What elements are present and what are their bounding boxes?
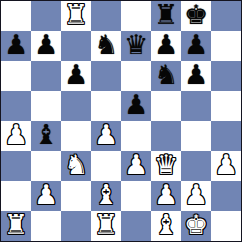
piece-black-pawn[interactable]: ♟ xyxy=(124,91,148,120)
square-a7[interactable]: ♟ xyxy=(1,31,31,61)
square-b2[interactable]: ♟ xyxy=(31,181,61,211)
piece-white-rook[interactable]: ♜ xyxy=(4,211,28,240)
square-f2[interactable]: ♟ xyxy=(151,181,181,211)
square-h7[interactable] xyxy=(211,31,241,61)
square-h2[interactable] xyxy=(211,181,241,211)
square-e7[interactable]: ♛ xyxy=(121,31,151,61)
square-c7[interactable] xyxy=(61,31,91,61)
piece-black-pawn[interactable]: ♟ xyxy=(154,31,178,60)
square-g4[interactable] xyxy=(181,121,211,151)
square-b3[interactable] xyxy=(31,151,61,181)
square-e3[interactable]: ♟ xyxy=(121,151,151,181)
piece-white-pawn[interactable]: ♟ xyxy=(184,181,208,210)
square-g5[interactable] xyxy=(181,91,211,121)
square-g6[interactable]: ♟ xyxy=(181,61,211,91)
square-b8[interactable] xyxy=(31,1,61,31)
piece-white-pawn[interactable]: ♟ xyxy=(124,151,148,180)
square-f6[interactable]: ♞ xyxy=(151,61,181,91)
piece-white-pawn[interactable]: ♟ xyxy=(94,121,118,150)
piece-black-bishop[interactable]: ♝ xyxy=(34,121,58,150)
square-d6[interactable] xyxy=(91,61,121,91)
square-d5[interactable] xyxy=(91,91,121,121)
square-g8[interactable]: ♚ xyxy=(181,1,211,31)
square-e6[interactable] xyxy=(121,61,151,91)
square-d4[interactable]: ♟ xyxy=(91,121,121,151)
piece-black-pawn[interactable]: ♟ xyxy=(34,31,58,60)
square-h3[interactable]: ♟ xyxy=(211,151,241,181)
square-g1[interactable]: ♚ xyxy=(181,211,211,241)
piece-white-rook[interactable]: ♜ xyxy=(64,1,88,30)
square-b4[interactable]: ♝ xyxy=(31,121,61,151)
square-e1[interactable] xyxy=(121,211,151,241)
square-c8[interactable]: ♜ xyxy=(61,1,91,31)
piece-white-knight[interactable]: ♞ xyxy=(64,151,88,180)
chess-board: ♜♜♚♟♟♞♛♟♟♟♞♟♟♟♝♟♞♟♛♟♟♝♟♟♜♜♝♚ xyxy=(1,1,241,241)
square-g7[interactable]: ♟ xyxy=(181,31,211,61)
square-a4[interactable]: ♟ xyxy=(1,121,31,151)
square-f3[interactable]: ♛ xyxy=(151,151,181,181)
square-f5[interactable] xyxy=(151,91,181,121)
square-d2[interactable]: ♝ xyxy=(91,181,121,211)
square-d3[interactable] xyxy=(91,151,121,181)
piece-white-pawn[interactable]: ♟ xyxy=(154,181,178,210)
square-h1[interactable] xyxy=(211,211,241,241)
square-b7[interactable]: ♟ xyxy=(31,31,61,61)
square-f4[interactable] xyxy=(151,121,181,151)
square-h8[interactable] xyxy=(211,1,241,31)
square-a5[interactable] xyxy=(1,91,31,121)
square-c4[interactable] xyxy=(61,121,91,151)
piece-black-rook[interactable]: ♜ xyxy=(154,1,178,30)
square-a8[interactable] xyxy=(1,1,31,31)
square-g3[interactable] xyxy=(181,151,211,181)
square-e2[interactable] xyxy=(121,181,151,211)
piece-black-king[interactable]: ♚ xyxy=(184,1,208,30)
square-f1[interactable]: ♝ xyxy=(151,211,181,241)
square-c6[interactable]: ♟ xyxy=(61,61,91,91)
square-d8[interactable] xyxy=(91,1,121,31)
square-d1[interactable]: ♜ xyxy=(91,211,121,241)
square-b5[interactable] xyxy=(31,91,61,121)
square-c2[interactable] xyxy=(61,181,91,211)
piece-white-pawn[interactable]: ♟ xyxy=(214,151,238,180)
square-e4[interactable] xyxy=(121,121,151,151)
square-g2[interactable]: ♟ xyxy=(181,181,211,211)
piece-black-pawn[interactable]: ♟ xyxy=(184,31,208,60)
piece-white-pawn[interactable]: ♟ xyxy=(4,121,28,150)
square-a2[interactable] xyxy=(1,181,31,211)
square-c5[interactable] xyxy=(61,91,91,121)
piece-white-king[interactable]: ♚ xyxy=(184,211,208,240)
piece-white-bishop[interactable]: ♝ xyxy=(94,181,118,210)
square-e5[interactable]: ♟ xyxy=(121,91,151,121)
square-h6[interactable] xyxy=(211,61,241,91)
square-d7[interactable]: ♞ xyxy=(91,31,121,61)
piece-white-queen[interactable]: ♛ xyxy=(154,151,178,180)
square-a1[interactable]: ♜ xyxy=(1,211,31,241)
square-h5[interactable] xyxy=(211,91,241,121)
square-b6[interactable] xyxy=(31,61,61,91)
square-c3[interactable]: ♞ xyxy=(61,151,91,181)
piece-black-queen[interactable]: ♛ xyxy=(124,31,148,60)
square-a6[interactable] xyxy=(1,61,31,91)
piece-white-pawn[interactable]: ♟ xyxy=(34,181,58,210)
piece-black-knight[interactable]: ♞ xyxy=(154,61,178,90)
piece-white-rook[interactable]: ♜ xyxy=(94,211,118,240)
square-b1[interactable] xyxy=(31,211,61,241)
square-e8[interactable] xyxy=(121,1,151,31)
piece-black-pawn[interactable]: ♟ xyxy=(64,61,88,90)
square-f7[interactable]: ♟ xyxy=(151,31,181,61)
square-f8[interactable]: ♜ xyxy=(151,1,181,31)
piece-black-knight[interactable]: ♞ xyxy=(94,31,118,60)
chess-board-frame: ♜♜♚♟♟♞♛♟♟♟♞♟♟♟♝♟♞♟♛♟♟♝♟♟♜♜♝♚ xyxy=(0,0,242,242)
square-c1[interactable] xyxy=(61,211,91,241)
square-h4[interactable] xyxy=(211,121,241,151)
piece-white-bishop[interactable]: ♝ xyxy=(154,211,178,240)
square-a3[interactable] xyxy=(1,151,31,181)
piece-black-pawn[interactable]: ♟ xyxy=(4,31,28,60)
piece-black-pawn[interactable]: ♟ xyxy=(184,61,208,90)
